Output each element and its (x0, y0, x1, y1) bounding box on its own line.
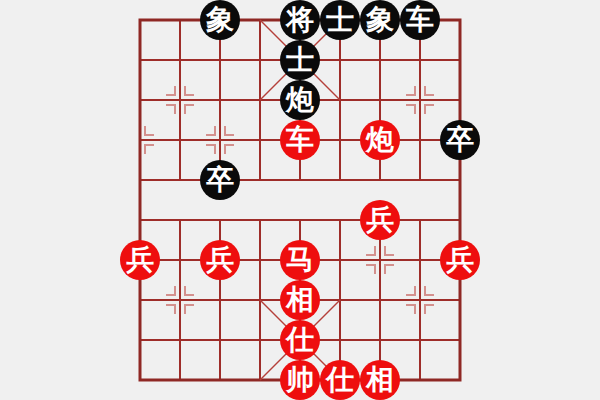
piece-black-elephant[interactable]: 象 (200, 0, 240, 40)
piece-black-general[interactable]: 将 (280, 0, 320, 40)
piece-red-elephant[interactable]: 相 (280, 280, 320, 320)
piece-red-chariot[interactable]: 车 (280, 120, 320, 160)
piece-red-soldier[interactable]: 兵 (360, 200, 400, 240)
xiangqi-board[interactable]: 象将士象车士炮卒卒车炮兵兵兵马兵相仕帅仕相 (120, 0, 480, 400)
piece-black-soldier[interactable]: 卒 (440, 120, 480, 160)
piece-red-horse[interactable]: 马 (280, 240, 320, 280)
piece-black-chariot[interactable]: 车 (400, 0, 440, 40)
piece-red-soldier[interactable]: 兵 (120, 240, 160, 280)
piece-red-advisor[interactable]: 仕 (320, 360, 360, 400)
piece-black-soldier[interactable]: 卒 (200, 160, 240, 200)
piece-red-advisor[interactable]: 仕 (280, 320, 320, 360)
piece-red-soldier[interactable]: 兵 (200, 240, 240, 280)
piece-red-general[interactable]: 帅 (280, 360, 320, 400)
piece-red-cannon[interactable]: 炮 (360, 120, 400, 160)
piece-black-elephant[interactable]: 象 (360, 0, 400, 40)
piece-red-soldier[interactable]: 兵 (440, 240, 480, 280)
piece-black-advisor[interactable]: 士 (280, 40, 320, 80)
board-grid[interactable]: 象将士象车士炮卒卒车炮兵兵兵马兵相仕帅仕相 (120, 0, 480, 400)
page-background: 象将士象车士炮卒卒车炮兵兵兵马兵相仕帅仕相 (0, 0, 600, 400)
piece-red-elephant[interactable]: 相 (360, 360, 400, 400)
piece-black-cannon[interactable]: 炮 (280, 80, 320, 120)
piece-black-advisor[interactable]: 士 (320, 0, 360, 40)
